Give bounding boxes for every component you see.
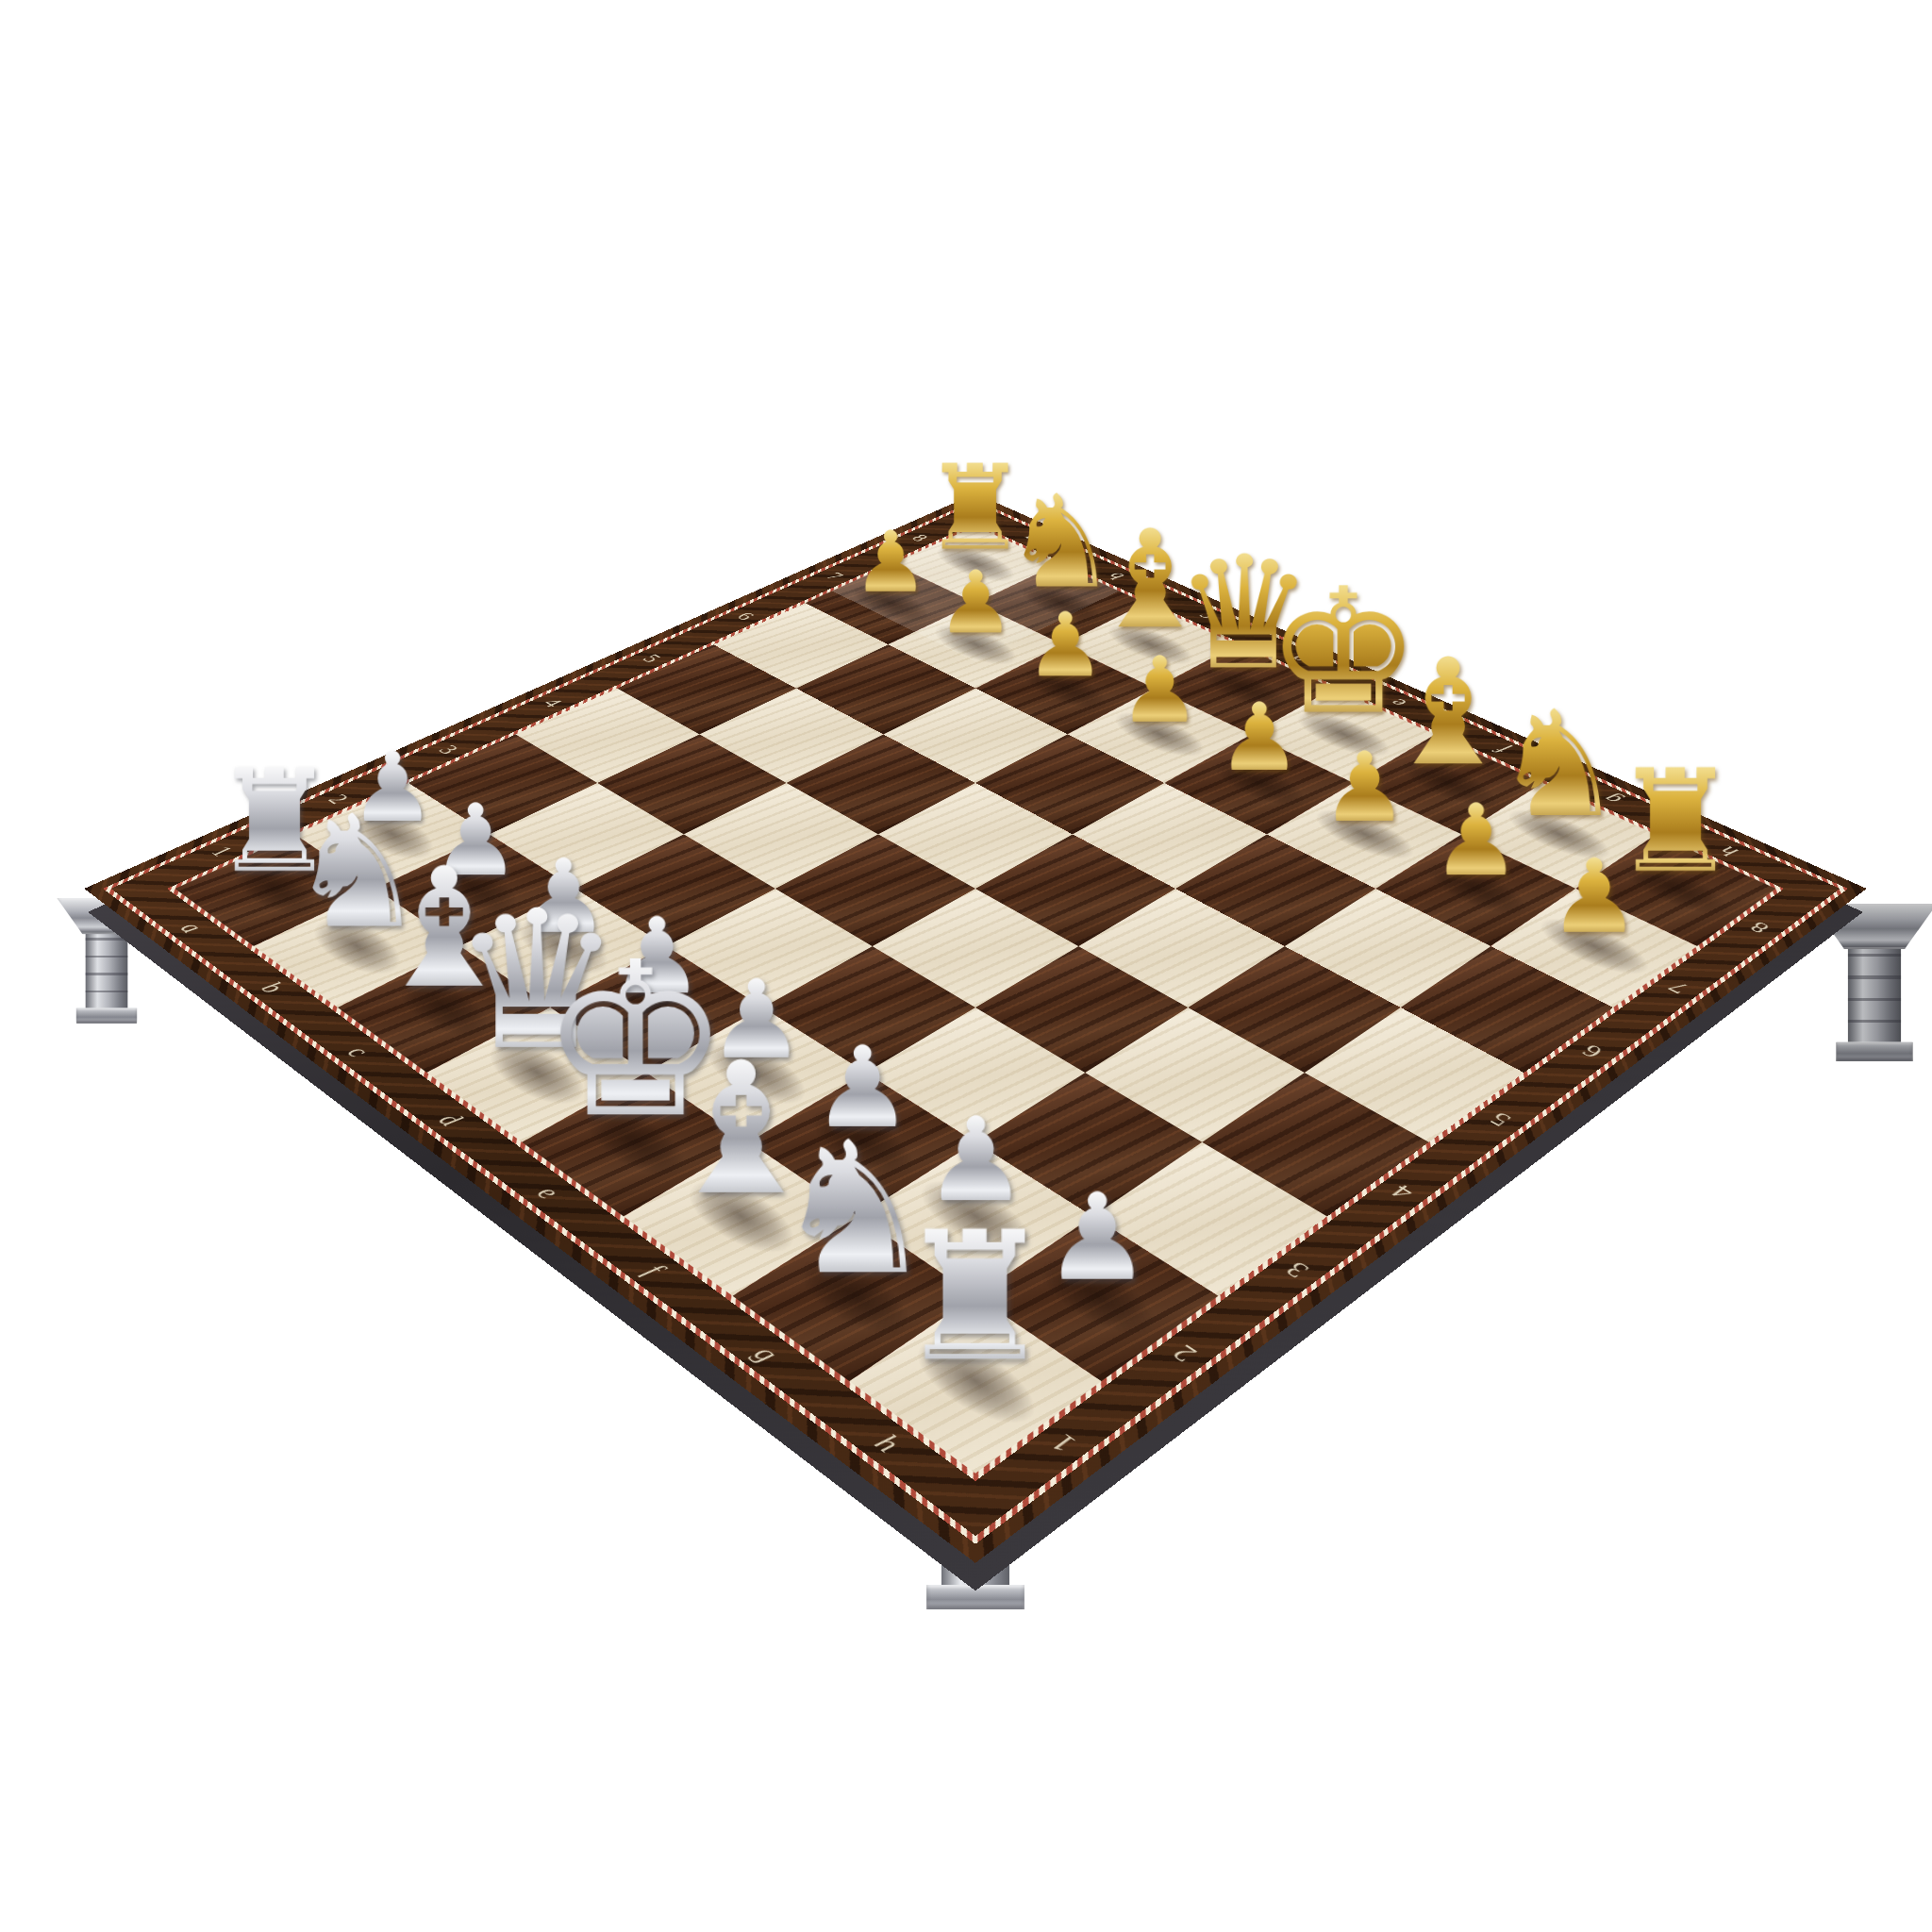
outer-rope-trim: ♜♞♝♛♚♝♞♜♟♟♟♟♟♟♟♟♟♟♟♟♟♟♟♟♜♞♝♛♚♝♞♜ aa11bb2… — [103, 500, 1848, 1544]
file-label-near-c: c — [342, 1042, 375, 1061]
rank-label-right-5: 5 — [1485, 1109, 1516, 1130]
board-grid: ♜♞♝♛♚♝♞♜♟♟♟♟♟♟♟♟♟♟♟♟♟♟♟♟♜♞♝♛♚♝♞♜ — [175, 526, 1776, 1474]
rank-label-right-2: 2 — [1167, 1341, 1202, 1367]
coordinate-border: ♜♞♝♛♚♝♞♜♟♟♟♟♟♟♟♟♟♟♟♟♟♟♟♟♜♞♝♛♚♝♞♜ aa11bb2… — [111, 503, 1840, 1536]
piece-white-rook-h1[interactable]: ♜ — [845, 1212, 1107, 1381]
rank-label-right-4: 4 — [1387, 1181, 1419, 1203]
rank-label-right-3: 3 — [1280, 1258, 1314, 1282]
rank-label-right-1: 1 — [1045, 1430, 1082, 1457]
inner-rope-trim: ♜♞♝♛♚♝♞♜♟♟♟♟♟♟♟♟♟♟♟♟♟♟♟♟♜♞♝♛♚♝♞♜ — [167, 524, 1784, 1481]
piece-black-pawn-h7[interactable]: ♟ — [1488, 849, 1702, 946]
foot-leg — [86, 933, 128, 1008]
rank-label-right-7: 7 — [1664, 978, 1692, 996]
file-label-near-h: h — [869, 1430, 907, 1457]
foot-base — [1836, 1042, 1912, 1061]
board-border: ♜♞♝♛♚♝♞♜♟♟♟♟♟♟♟♟♟♟♟♟♟♟♟♟♜♞♝♛♚♝♞♜ aa11bb2… — [85, 493, 1867, 1563]
chess-board: ♜♞♝♛♚♝♞♜♟♟♟♟♟♟♟♟♟♟♟♟♟♟♟♟♜♞♝♛♚♝♞♜ aa11bb2… — [85, 493, 1867, 1563]
rank-label-left-5: 5 — [639, 652, 665, 664]
foot-base — [76, 1008, 137, 1024]
file-label-near-d: d — [434, 1109, 468, 1130]
file-label-near-f: f — [639, 1260, 670, 1280]
rank-label-right-6: 6 — [1577, 1042, 1607, 1061]
rank-label-left-6: 6 — [733, 610, 758, 623]
foot-leg — [1848, 948, 1901, 1042]
file-label-near-b: b — [257, 978, 290, 996]
file-label-near-e: e — [532, 1182, 566, 1203]
file-label-near-a: a — [175, 919, 208, 936]
rank-label-right-8: 8 — [1746, 919, 1774, 936]
product-photo-scene: ♜♞♝♛♚♝♞♜♟♟♟♟♟♟♟♟♟♟♟♟♟♟♟♟♜♞♝♛♚♝♞♜ aa11bb2… — [0, 0, 1932, 1932]
rank-label-left-4: 4 — [540, 696, 567, 709]
square-h6[interactable] — [1401, 946, 1613, 1073]
file-label-near-g: g — [748, 1341, 785, 1367]
